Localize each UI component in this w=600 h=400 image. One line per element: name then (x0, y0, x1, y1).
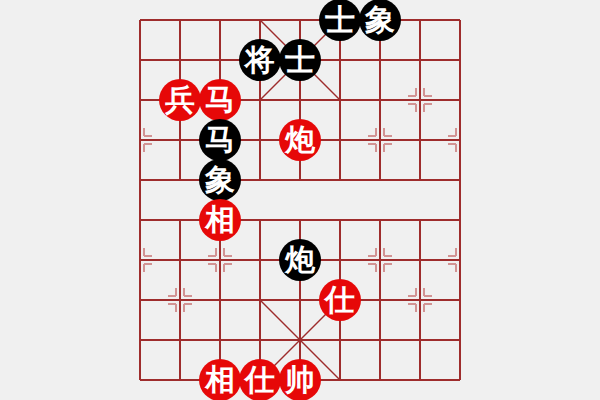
piece-black-horse[interactable]: 马 (199, 119, 241, 161)
xiangqi-diagram: 士象将士兵马马炮象相炮仕相仕帅 (0, 0, 600, 400)
piece-red-elephant[interactable]: 相 (199, 199, 241, 241)
piece-red-pawn[interactable]: 兵 (159, 79, 201, 121)
piece-red-horse[interactable]: 马 (199, 79, 241, 121)
piece-black-advisor[interactable]: 士 (319, 0, 361, 41)
piece-black-elephant[interactable]: 象 (359, 0, 401, 41)
piece-black-general[interactable]: 将 (239, 39, 281, 81)
piece-red-advisor[interactable]: 仕 (239, 359, 281, 400)
xiangqi-board: 士象将士兵马马炮象相炮仕相仕帅 (120, 0, 480, 400)
piece-red-advisor[interactable]: 仕 (319, 279, 361, 321)
piece-black-advisor[interactable]: 士 (279, 39, 321, 81)
piece-red-cannon[interactable]: 炮 (279, 119, 321, 161)
piece-red-king[interactable]: 帅 (279, 359, 321, 400)
piece-red-elephant[interactable]: 相 (199, 359, 241, 400)
piece-black-elephant[interactable]: 象 (199, 159, 241, 201)
piece-black-cannon[interactable]: 炮 (279, 239, 321, 281)
